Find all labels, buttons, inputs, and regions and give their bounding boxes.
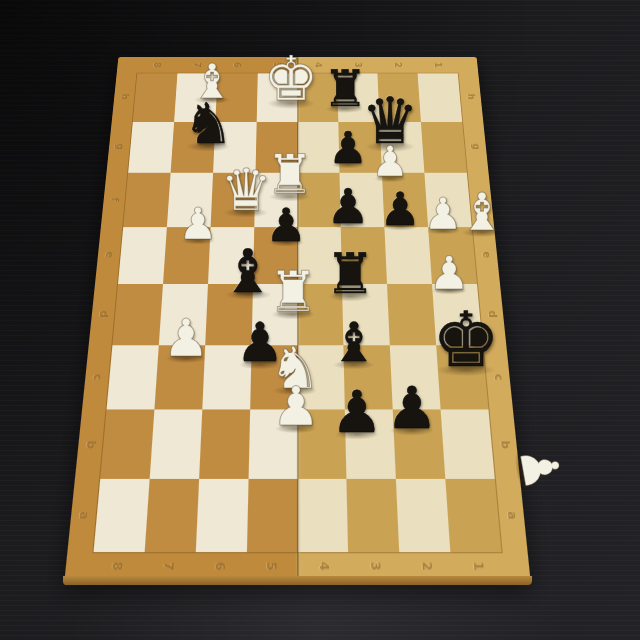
coordinate-label-d: d (69, 306, 137, 323)
coordinate-label-3: 3 (363, 540, 388, 593)
white-king-h5[interactable]: ♚ (263, 48, 319, 110)
coordinate-label-1: 1 (465, 540, 492, 593)
white-pawn-tipped-on-edge[interactable]: ♟ (511, 442, 568, 495)
coordinate-label-1: 1 (429, 49, 448, 81)
black-bishop-d6[interactable]: ♝ (221, 241, 275, 301)
black-rook-d4[interactable]: ♜ (325, 246, 375, 302)
coordinate-label-a: a (474, 506, 549, 526)
black-pawn-e3[interactable]: ♟ (379, 186, 420, 232)
coordinate-label-8: 8 (103, 540, 130, 593)
white-pawn-f3[interactable]: ♟ (371, 141, 409, 183)
black-bishop-c4[interactable]: ♝ (330, 316, 378, 370)
coordinate-labels-bottom: 87654321 (90, 554, 505, 578)
white-queen-f6[interactable]: ♛ (220, 161, 272, 219)
coordinate-label-f: f (82, 192, 146, 207)
board-edge-rim (63, 576, 532, 585)
white-rook-f5[interactable]: ♜ (266, 148, 314, 202)
coordinate-label-a: a (46, 506, 121, 526)
coordinate-label-e: e (76, 247, 142, 263)
black-pawn-b3[interactable]: ♟ (386, 379, 438, 437)
coordinate-label-b: b (54, 435, 127, 454)
white-pawn-b5[interactable]: ♟ (272, 380, 320, 434)
coordinate-label-4: 4 (312, 540, 335, 593)
black-pawn-e4[interactable]: ♟ (326, 182, 369, 230)
white-bishop-e1[interactable]: ♝ (459, 186, 506, 238)
coordinate-label-7: 7 (155, 540, 181, 593)
white-pawn-c7[interactable]: ♟ (163, 312, 210, 364)
table-scene: 87654321 87654321 hgfedcba hgfedcba ♝♚♜♞… (0, 0, 640, 640)
coordinate-label-c: c (61, 368, 132, 386)
black-pawn-g4[interactable]: ♟ (328, 126, 367, 170)
coordinate-label-2: 2 (414, 540, 440, 593)
white-pawn-e2[interactable]: ♟ (423, 192, 462, 236)
coordinate-label-8: 8 (148, 49, 167, 81)
coordinate-label-6: 6 (208, 540, 233, 593)
black-king-c1[interactable]: ♚ (432, 302, 500, 378)
coordinate-label-h: h (440, 90, 501, 103)
square-b6[interactable] (199, 409, 250, 478)
coordinate-label-g: g (444, 139, 507, 153)
coordinate-label-2: 2 (389, 49, 407, 81)
coordinate-label-g: g (88, 139, 151, 153)
coordinate-label-5: 5 (260, 540, 283, 593)
square-b7[interactable] (150, 409, 202, 478)
white-pawn-e7[interactable]: ♟ (178, 202, 217, 246)
black-knight-g7[interactable]: ♞ (183, 96, 233, 152)
white-pawn-d2[interactable]: ♟ (428, 250, 469, 296)
black-pawn-b4[interactable]: ♟ (331, 383, 383, 441)
coordinate-label-h: h (94, 90, 155, 103)
